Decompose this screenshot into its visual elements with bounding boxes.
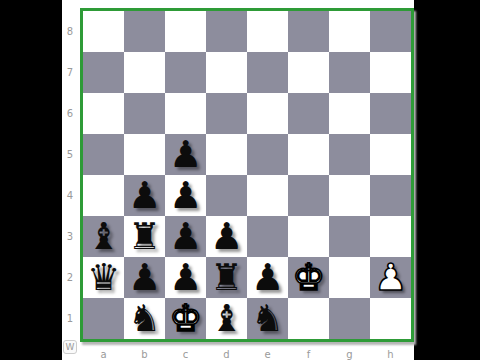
square-e6[interactable] — [247, 93, 288, 134]
square-c4[interactable]: ♟ — [165, 175, 206, 216]
rank-label-4: 4 — [62, 175, 78, 216]
piece-white-king-c1[interactable]: ♚ — [165, 298, 206, 339]
piece-black-pawn-c5[interactable]: ♟ — [165, 134, 206, 175]
file-label-b: b — [124, 345, 165, 360]
square-a2[interactable]: ♛ — [83, 257, 124, 298]
piece-black-rook-d2[interactable]: ♜ — [206, 257, 247, 298]
piece-black-pawn-b2[interactable]: ♟ — [124, 257, 165, 298]
square-c2[interactable]: ♟ — [165, 257, 206, 298]
side-to-move-indicator: W — [63, 340, 77, 354]
piece-black-pawn-c2[interactable]: ♟ — [165, 257, 206, 298]
square-a4[interactable] — [83, 175, 124, 216]
square-a6[interactable] — [83, 93, 124, 134]
video-frame: 87654321 ♟♟♟♝♜♟♟♛♟♟♜♟♚♟♞♚♝♞ abcdefgh W — [0, 0, 480, 360]
rank-label-1: 1 — [62, 298, 78, 339]
square-d5[interactable] — [206, 134, 247, 175]
square-g1[interactable] — [329, 298, 370, 339]
piece-black-knight-b1[interactable]: ♞ — [124, 298, 165, 339]
square-d3[interactable]: ♟ — [206, 216, 247, 257]
square-d1[interactable]: ♝ — [206, 298, 247, 339]
piece-black-pawn-d3[interactable]: ♟ — [206, 216, 247, 257]
square-a8[interactable] — [83, 11, 124, 52]
square-f2[interactable]: ♚ — [288, 257, 329, 298]
piece-black-pawn-b4[interactable]: ♟ — [124, 175, 165, 216]
chess-board[interactable]: ♟♟♟♝♜♟♟♛♟♟♜♟♚♟♞♚♝♞ — [80, 8, 414, 342]
square-g4[interactable] — [329, 175, 370, 216]
rank-label-6: 6 — [62, 93, 78, 134]
square-c1[interactable]: ♚ — [165, 298, 206, 339]
square-c6[interactable] — [165, 93, 206, 134]
file-labels: abcdefgh — [83, 345, 411, 360]
square-e2[interactable]: ♟ — [247, 257, 288, 298]
square-b8[interactable] — [124, 11, 165, 52]
piece-black-knight-e1[interactable]: ♞ — [247, 298, 288, 339]
square-a5[interactable] — [83, 134, 124, 175]
square-h1[interactable] — [370, 298, 411, 339]
square-f4[interactable] — [288, 175, 329, 216]
square-h8[interactable] — [370, 11, 411, 52]
square-f7[interactable] — [288, 52, 329, 93]
square-g8[interactable] — [329, 11, 370, 52]
square-g7[interactable] — [329, 52, 370, 93]
piece-black-queen-a2[interactable]: ♛ — [83, 257, 124, 298]
rank-label-2: 2 — [62, 257, 78, 298]
square-c3[interactable]: ♟ — [165, 216, 206, 257]
piece-white-pawn-h2[interactable]: ♟ — [370, 257, 411, 298]
square-b2[interactable]: ♟ — [124, 257, 165, 298]
square-a3[interactable]: ♝ — [83, 216, 124, 257]
file-label-g: g — [329, 345, 370, 360]
square-d7[interactable] — [206, 52, 247, 93]
rank-label-3: 3 — [62, 216, 78, 257]
square-b1[interactable]: ♞ — [124, 298, 165, 339]
file-label-d: d — [206, 345, 247, 360]
square-c8[interactable] — [165, 11, 206, 52]
square-f3[interactable] — [288, 216, 329, 257]
square-e4[interactable] — [247, 175, 288, 216]
rank-label-7: 7 — [62, 52, 78, 93]
square-h4[interactable] — [370, 175, 411, 216]
square-d8[interactable] — [206, 11, 247, 52]
file-label-f: f — [288, 345, 329, 360]
board-area: 87654321 ♟♟♟♝♜♟♟♛♟♟♜♟♚♟♞♚♝♞ abcdefgh — [80, 8, 414, 342]
square-b3[interactable]: ♜ — [124, 216, 165, 257]
square-f8[interactable] — [288, 11, 329, 52]
square-b7[interactable] — [124, 52, 165, 93]
square-f1[interactable] — [288, 298, 329, 339]
square-b6[interactable] — [124, 93, 165, 134]
square-c5[interactable]: ♟ — [165, 134, 206, 175]
piece-black-pawn-c4[interactable]: ♟ — [165, 175, 206, 216]
file-label-c: c — [165, 345, 206, 360]
board-panel: 87654321 ♟♟♟♝♜♟♟♛♟♟♜♟♚♟♞♚♝♞ abcdefgh W — [62, 0, 414, 360]
piece-black-pawn-e2[interactable]: ♟ — [247, 257, 288, 298]
file-label-h: h — [370, 345, 411, 360]
piece-black-pawn-c3[interactable]: ♟ — [165, 216, 206, 257]
square-e5[interactable] — [247, 134, 288, 175]
square-h3[interactable] — [370, 216, 411, 257]
square-f5[interactable] — [288, 134, 329, 175]
square-d2[interactable]: ♜ — [206, 257, 247, 298]
rank-label-8: 8 — [62, 11, 78, 52]
file-label-a: a — [83, 345, 124, 360]
square-f6[interactable] — [288, 93, 329, 134]
square-d4[interactable] — [206, 175, 247, 216]
square-e1[interactable]: ♞ — [247, 298, 288, 339]
square-h5[interactable] — [370, 134, 411, 175]
piece-white-king-f2[interactable]: ♚ — [288, 257, 329, 298]
square-a1[interactable] — [83, 298, 124, 339]
square-e3[interactable] — [247, 216, 288, 257]
square-d6[interactable] — [206, 93, 247, 134]
square-h7[interactable] — [370, 52, 411, 93]
square-a7[interactable] — [83, 52, 124, 93]
file-label-e: e — [247, 345, 288, 360]
square-g6[interactable] — [329, 93, 370, 134]
piece-black-bishop-a3[interactable]: ♝ — [83, 216, 124, 257]
rank-label-5: 5 — [62, 134, 78, 175]
square-g3[interactable] — [329, 216, 370, 257]
piece-black-bishop-d1[interactable]: ♝ — [206, 298, 247, 339]
square-h2[interactable]: ♟ — [370, 257, 411, 298]
rank-labels: 87654321 — [62, 11, 78, 339]
piece-black-rook-b3[interactable]: ♜ — [124, 216, 165, 257]
square-h6[interactable] — [370, 93, 411, 134]
square-g5[interactable] — [329, 134, 370, 175]
square-b5[interactable] — [124, 134, 165, 175]
square-e7[interactable] — [247, 52, 288, 93]
square-b4[interactable]: ♟ — [124, 175, 165, 216]
square-g2[interactable] — [329, 257, 370, 298]
square-e8[interactable] — [247, 11, 288, 52]
square-c7[interactable] — [165, 52, 206, 93]
